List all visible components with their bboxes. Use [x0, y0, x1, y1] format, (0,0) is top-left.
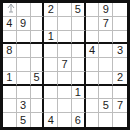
cell-r4c2[interactable] — [17, 44, 31, 58]
cell-r7c9[interactable] — [113, 86, 127, 100]
cell-r7c2[interactable] — [17, 86, 31, 100]
cell-r3c9[interactable] — [113, 31, 127, 45]
cell-r6c8[interactable] — [99, 72, 113, 86]
cell-r9c3[interactable] — [31, 113, 45, 127]
cell-r1c6[interactable]: 5 — [72, 3, 86, 17]
cell-r2c3[interactable] — [31, 17, 45, 31]
cell-r5c8[interactable] — [99, 58, 113, 72]
cell-r7c4[interactable] — [44, 86, 58, 100]
cell-r2c7[interactable] — [86, 17, 100, 31]
cell-r5c2[interactable] — [17, 58, 31, 72]
cell-r6c9[interactable]: 2 — [113, 72, 127, 86]
cell-r8c1[interactable] — [3, 99, 17, 113]
cell-r9c7[interactable] — [86, 113, 100, 127]
cell-r5c3[interactable] — [31, 58, 45, 72]
cell-r6c6[interactable] — [72, 72, 86, 86]
cell-r3c7[interactable] — [86, 31, 100, 45]
cell-r2c5[interactable] — [58, 17, 72, 31]
board-frame: 259497184371521357546 — [0, 0, 130, 130]
cell-r3c3[interactable] — [31, 31, 45, 45]
cell-r2c2[interactable]: 9 — [17, 17, 31, 31]
cell-r6c5[interactable] — [58, 72, 72, 86]
cell-r2c1[interactable]: 4 — [3, 17, 17, 31]
cell-r1c2[interactable] — [17, 3, 31, 17]
cell-r3c5[interactable] — [58, 31, 72, 45]
cell-r9c2[interactable]: 5 — [17, 113, 31, 127]
cell-r9c9[interactable] — [113, 113, 127, 127]
cell-r1c7[interactable] — [86, 3, 100, 17]
cell-r4c1[interactable]: 8 — [3, 44, 17, 58]
cell-r4c7[interactable]: 4 — [86, 44, 100, 58]
cell-r1c5[interactable] — [58, 3, 72, 17]
cell-r1c1[interactable] — [3, 3, 17, 17]
cell-r1c4[interactable]: 2 — [44, 3, 58, 17]
cell-r7c3[interactable] — [31, 86, 45, 100]
cell-r7c5[interactable] — [58, 86, 72, 100]
cell-r4c4[interactable] — [44, 44, 58, 58]
cell-r5c4[interactable] — [44, 58, 58, 72]
cell-r9c5[interactable] — [58, 113, 72, 127]
cell-r6c4[interactable] — [44, 72, 58, 86]
cell-r8c9[interactable]: 7 — [113, 99, 127, 113]
cell-r4c9[interactable]: 3 — [113, 44, 127, 58]
cell-r3c1[interactable] — [3, 31, 17, 45]
cell-r2c8[interactable]: 7 — [99, 17, 113, 31]
cell-r9c8[interactable] — [99, 113, 113, 127]
cell-r5c9[interactable] — [113, 58, 127, 72]
cell-r7c6[interactable]: 1 — [72, 86, 86, 100]
cell-r4c5[interactable] — [58, 44, 72, 58]
cell-r5c7[interactable] — [86, 58, 100, 72]
cell-r7c8[interactable] — [99, 86, 113, 100]
cell-r9c1[interactable] — [3, 113, 17, 127]
cell-r7c7[interactable] — [86, 86, 100, 100]
cell-r2c9[interactable] — [113, 17, 127, 31]
cell-r4c6[interactable] — [72, 44, 86, 58]
cell-r8c4[interactable] — [44, 99, 58, 113]
cell-r6c3[interactable]: 5 — [31, 72, 45, 86]
cell-r8c6[interactable] — [72, 99, 86, 113]
cell-r7c1[interactable] — [3, 86, 17, 100]
cell-r9c6[interactable]: 6 — [72, 113, 86, 127]
cell-r2c4[interactable] — [44, 17, 58, 31]
cell-r5c1[interactable] — [3, 58, 17, 72]
cell-r6c2[interactable] — [17, 72, 31, 86]
cell-r9c4[interactable]: 4 — [44, 113, 58, 127]
cell-r8c3[interactable] — [31, 99, 45, 113]
cell-r3c8[interactable] — [99, 31, 113, 45]
cell-r8c8[interactable]: 5 — [99, 99, 113, 113]
cell-r1c9[interactable] — [113, 3, 127, 17]
cell-r8c7[interactable] — [86, 99, 100, 113]
cell-r8c5[interactable] — [58, 99, 72, 113]
cell-r6c1[interactable]: 1 — [3, 72, 17, 86]
mouse-cursor-icon — [6, 3, 16, 14]
cell-r1c3[interactable] — [31, 3, 45, 17]
cell-r3c6[interactable] — [72, 31, 86, 45]
cell-r2c6[interactable] — [72, 17, 86, 31]
cell-r3c4[interactable]: 1 — [44, 31, 58, 45]
cell-r1c8[interactable]: 9 — [99, 3, 113, 17]
cell-r5c5[interactable]: 7 — [58, 58, 72, 72]
cell-r3c2[interactable] — [17, 31, 31, 45]
sudoku-board: 259497184371521357546 — [3, 3, 127, 127]
cell-r4c8[interactable] — [99, 44, 113, 58]
cell-r6c7[interactable] — [86, 72, 100, 86]
cell-r8c2[interactable]: 3 — [17, 99, 31, 113]
cell-r4c3[interactable] — [31, 44, 45, 58]
cell-r5c6[interactable] — [72, 58, 86, 72]
